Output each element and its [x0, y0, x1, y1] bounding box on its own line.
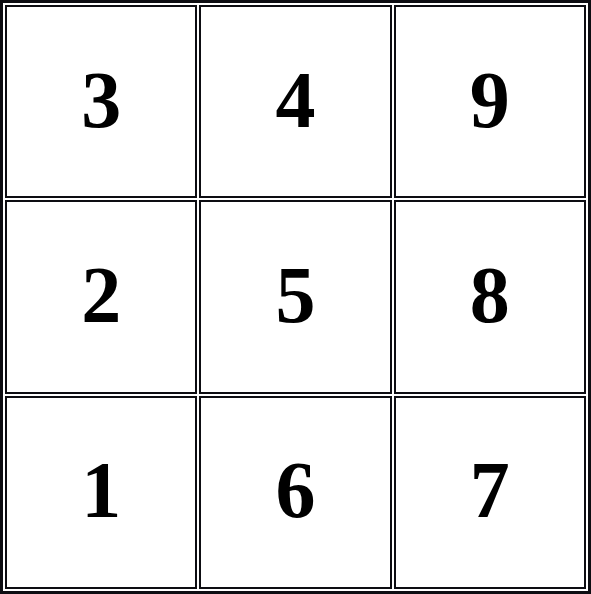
cell-value: 9	[470, 60, 510, 140]
cell-r3c1: 1	[5, 396, 197, 589]
number-grid-board: 3 4 9 2 5 8 1 6 7	[0, 0, 591, 594]
cell-value: 8	[470, 255, 510, 335]
cell-r2c2: 5	[199, 200, 391, 393]
cell-r1c2: 4	[199, 5, 391, 198]
cell-r2c1: 2	[5, 200, 197, 393]
cell-r1c1: 3	[5, 5, 197, 198]
cell-value: 2	[81, 255, 121, 335]
cell-value: 4	[275, 60, 315, 140]
cell-r3c2: 6	[199, 396, 391, 589]
cell-value: 1	[81, 450, 121, 530]
cell-r2c3: 8	[394, 200, 586, 393]
cell-r1c3: 9	[394, 5, 586, 198]
cell-value: 7	[470, 450, 510, 530]
cell-value: 5	[275, 255, 315, 335]
cell-value: 3	[81, 60, 121, 140]
cell-value: 6	[275, 450, 315, 530]
cell-r3c3: 7	[394, 396, 586, 589]
